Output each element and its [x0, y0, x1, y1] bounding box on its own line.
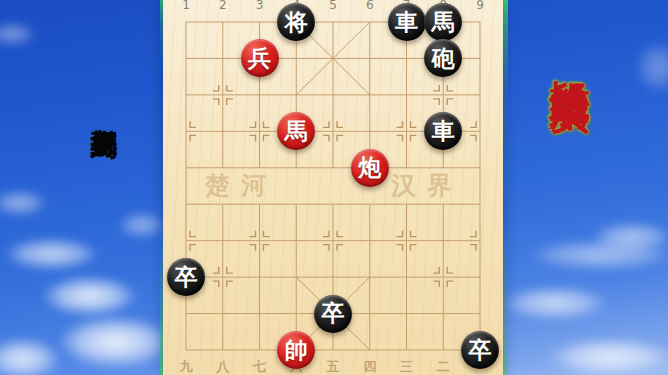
piece-glyph: 馬	[432, 7, 455, 38]
file-label-top-2: 2	[219, 0, 227, 12]
cloud	[0, 22, 36, 46]
piece-glyph: 砲	[432, 43, 455, 74]
cloud	[548, 338, 668, 375]
piece-glyph: 卒	[322, 298, 345, 329]
video-frame: 象棋刘正哥 疑难绝妙实用 楚河 汉界 123456789九八七六五四三二一将車馬…	[0, 0, 668, 375]
piece-black-車[interactable]: 車	[388, 3, 426, 41]
file-label-top-9: 9	[476, 0, 484, 12]
file-label-top-6: 6	[366, 0, 374, 12]
piece-glyph: 馬	[285, 116, 308, 147]
cloud	[528, 240, 668, 270]
file-label-bottom-1: 九	[180, 358, 193, 375]
piece-red-帥[interactable]: 帥	[277, 331, 315, 369]
board-right-edge-fringe	[503, 0, 508, 375]
file-label-top-1: 1	[182, 0, 190, 12]
cloud	[0, 338, 60, 375]
piece-glyph: 炮	[358, 152, 381, 183]
cloud	[118, 212, 166, 238]
river-label-chu-he: 楚河	[205, 171, 277, 201]
right-slogan-title: 疑难绝妙实用	[543, 47, 598, 65]
piece-glyph: 車	[432, 116, 455, 147]
piece-glyph: 卒	[469, 335, 492, 366]
piece-glyph: 将	[285, 7, 308, 38]
xiangqi-board[interactable]: 楚河 汉界 123456789九八七六五四三二一将車馬兵砲馬車炮卒卒帥卒	[163, 0, 503, 375]
left-channel-title: 象棋刘正哥	[86, 107, 122, 112]
cloud	[42, 276, 137, 316]
river-label-han-jie: 汉界	[391, 171, 463, 201]
cloud	[636, 42, 668, 92]
piece-red-兵[interactable]: 兵	[241, 39, 279, 77]
piece-black-卒[interactable]: 卒	[167, 258, 205, 296]
cloud	[502, 286, 607, 320]
piece-black-卒[interactable]: 卒	[461, 331, 499, 369]
piece-red-炮[interactable]: 炮	[351, 149, 389, 187]
file-label-bottom-8: 二	[437, 358, 450, 375]
cloud	[58, 316, 173, 368]
file-label-bottom-3: 七	[253, 358, 266, 375]
file-label-top-3: 3	[256, 0, 264, 12]
piece-black-将[interactable]: 将	[277, 3, 315, 41]
file-label-bottom-6: 四	[363, 358, 376, 375]
file-label-bottom-5: 五	[327, 358, 340, 375]
file-label-bottom-7: 三	[400, 358, 413, 375]
cloud	[4, 238, 99, 270]
cloud	[592, 222, 668, 252]
file-label-bottom-2: 八	[216, 358, 229, 375]
piece-black-馬[interactable]: 馬	[424, 3, 462, 41]
file-label-top-5: 5	[329, 0, 337, 12]
cloud	[0, 190, 47, 216]
piece-glyph: 帥	[285, 335, 308, 366]
piece-glyph: 卒	[175, 262, 198, 293]
piece-glyph: 車	[395, 7, 418, 38]
piece-glyph: 兵	[248, 43, 271, 74]
piece-black-卒[interactable]: 卒	[314, 295, 352, 333]
